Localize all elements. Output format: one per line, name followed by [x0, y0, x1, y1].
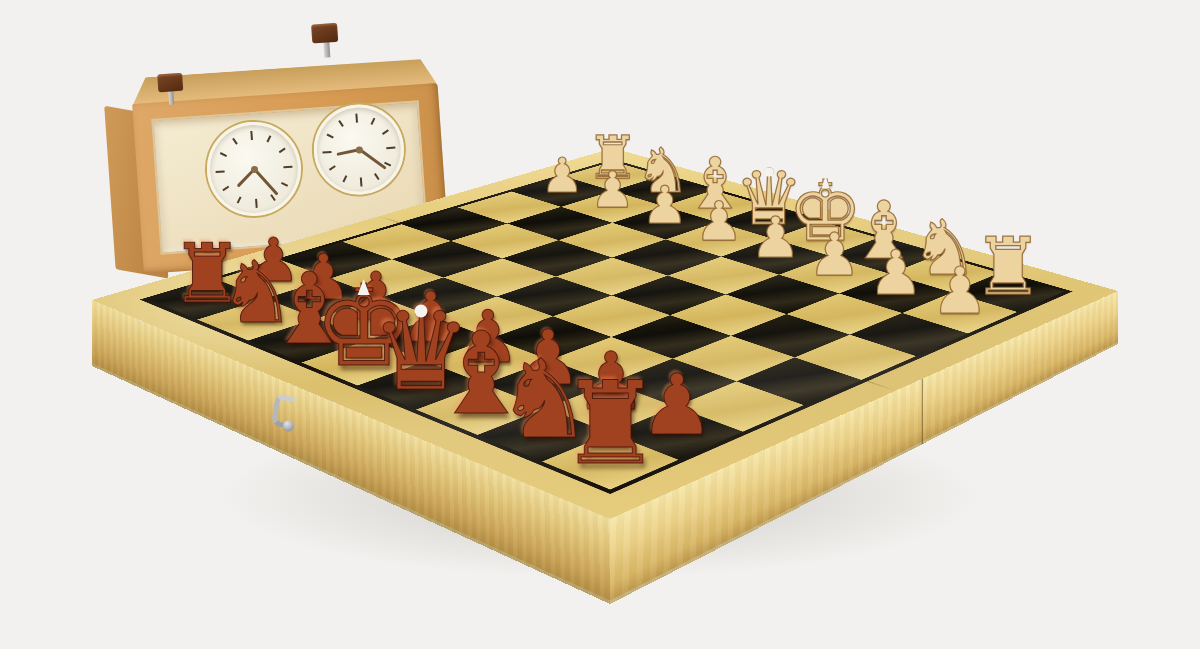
dial-tick	[220, 152, 227, 157]
dial-tick	[283, 165, 292, 168]
piece-glyph: ♟	[808, 226, 861, 285]
dial-center-cap	[355, 146, 362, 153]
king-cone-finial	[358, 279, 370, 295]
dial-tick	[222, 185, 229, 191]
hinge-seam-front	[922, 379, 923, 445]
clock-button-left-stem	[168, 90, 174, 104]
piece-glyph: ♟	[541, 152, 584, 200]
piece-light-P-r2c8[interactable]: ♟	[931, 260, 989, 324]
dial-tick	[237, 196, 242, 203]
dial-tick	[342, 175, 347, 182]
piece-light-P-r2c7[interactable]: ♟	[868, 243, 923, 305]
dial-tick	[232, 137, 238, 144]
dial-tick	[281, 181, 288, 186]
clock-button-left[interactable]	[157, 73, 183, 93]
piece-light-P-r2c6[interactable]: ♟	[808, 226, 861, 285]
dial-tick	[370, 117, 375, 124]
piece-light-P-r2c3[interactable]: ♟	[641, 180, 688, 232]
piece-glyph: ♟	[641, 180, 688, 232]
dial-tick	[327, 133, 334, 138]
dial-tick	[255, 198, 258, 207]
dial-tick	[279, 147, 286, 153]
piece-light-P-r2c4[interactable]: ♟	[695, 195, 744, 249]
piece-light-P-r2c5[interactable]: ♟	[750, 210, 801, 266]
king-cone-finial	[821, 176, 829, 188]
dial-tick	[329, 165, 336, 171]
dial-tick	[250, 130, 253, 139]
dial-tick	[355, 113, 358, 122]
piece-glyph: ♟	[868, 243, 923, 305]
scene: ♜♞♝♛♚♝♞♜♟♟♟♟♟♟♟♟♟♟♟♟♟♟♟♟♜♞♝♚♛♝♞♜	[0, 0, 1200, 649]
dial-center-cap	[250, 165, 257, 172]
queen-ball-finial	[414, 304, 428, 318]
clasp-knob	[282, 420, 295, 433]
clock-button-right[interactable]	[311, 23, 338, 44]
clock-button-right-stem	[323, 41, 330, 57]
dial-tick	[374, 173, 380, 180]
dial-tick	[322, 150, 331, 153]
dial-tick	[386, 146, 395, 149]
piece-glyph: ♜	[559, 368, 662, 483]
dial-tick	[266, 135, 271, 142]
dial-tick	[215, 170, 224, 173]
piece-glyph: ♟	[695, 195, 744, 249]
piece-glyph: ♟	[590, 166, 635, 216]
clock-dial-left	[204, 119, 304, 219]
piece-glyph: ♟	[750, 210, 801, 266]
piece-dark-R-r8c8[interactable]: ♜	[559, 368, 662, 483]
dial-tick	[360, 177, 363, 186]
piece-glyph: ♟	[931, 260, 989, 324]
dial-tick	[338, 120, 344, 127]
piece-light-P-r2c2[interactable]: ♟	[590, 166, 635, 216]
clock-dial-right	[311, 102, 407, 198]
dial-tick	[382, 129, 389, 135]
clasp-latch[interactable]	[262, 391, 309, 445]
piece-light-P-r2c1[interactable]: ♟	[541, 152, 584, 200]
